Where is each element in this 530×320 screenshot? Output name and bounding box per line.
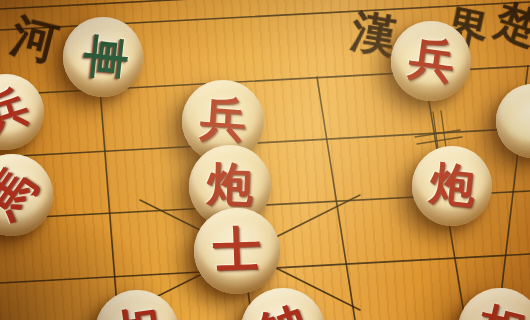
piece-red-soldier-right[interactable]: 兵: [391, 21, 471, 101]
river-calligraphy-char: 河: [7, 11, 63, 67]
piece-red-cannon-right[interactable]: 炮: [412, 146, 492, 226]
piece-character: 兵: [199, 94, 248, 143]
river-calligraphy-char: 楚: [491, 0, 530, 51]
piece-character: 相: [472, 300, 529, 320]
piece-piece-back-right[interactable]: [496, 84, 530, 158]
piece-character: 馬: [0, 162, 42, 226]
piece-black-chariot[interactable]: 車: [63, 17, 143, 97]
piece-red-elephant-right[interactable]: 相: [458, 288, 530, 320]
piece-character: 車: [80, 32, 129, 81]
piece-red-general[interactable]: 帥: [241, 288, 325, 320]
piece-character: 兵: [0, 83, 32, 137]
piece-character: 帥: [252, 298, 312, 320]
piece-red-soldier-left[interactable]: 兵: [0, 74, 44, 150]
xiangqi-board-photo: 河漢界楚 車兵馬兵炮士相帥兵炮相: [0, 0, 530, 320]
piece-red-advisor[interactable]: 士: [194, 208, 280, 294]
piece-character: 士: [212, 224, 262, 274]
piece-character: 炮: [427, 159, 476, 208]
piece-red-horse[interactable]: 馬: [0, 154, 53, 236]
piece-character: 炮: [206, 160, 254, 208]
piece-character: 兵: [406, 34, 457, 85]
piece-character: 相: [110, 303, 163, 320]
piece-red-elephant-left[interactable]: 相: [95, 290, 179, 320]
